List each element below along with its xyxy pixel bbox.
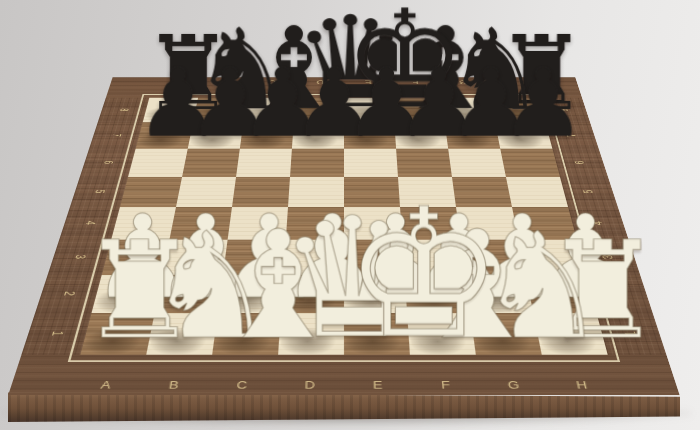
square-f8[interactable] xyxy=(393,98,445,123)
square-e7[interactable] xyxy=(344,122,396,148)
piece-shadow xyxy=(138,131,186,148)
rank-label-6: 6 xyxy=(101,161,115,165)
piece-white-king-e1[interactable]: ♚ xyxy=(344,185,410,363)
file-label-e: E xyxy=(364,79,371,85)
square-b7[interactable] xyxy=(188,122,244,148)
piece-shadow xyxy=(346,131,391,148)
piece-shadow xyxy=(296,106,339,122)
file-label-d: D xyxy=(316,79,324,85)
square-c8[interactable] xyxy=(243,98,295,123)
square-b6[interactable] xyxy=(182,149,240,177)
square-b8[interactable] xyxy=(193,98,247,123)
square-h6[interactable] xyxy=(500,149,560,177)
piece-shadow xyxy=(242,131,288,148)
piece-white-queen-d1[interactable]: ♛ xyxy=(278,196,344,362)
piece-shadow xyxy=(145,106,192,122)
piece-shadow xyxy=(245,106,289,122)
square-a6[interactable] xyxy=(128,149,188,177)
piece-shadow xyxy=(494,106,540,122)
piece-white-bishop-c1[interactable]: ♝ xyxy=(211,211,277,360)
piece-shadow xyxy=(444,106,489,122)
rank-label-8: 8 xyxy=(117,108,130,111)
file-label-h: H xyxy=(506,79,515,85)
piece-white-knight-b1[interactable]: ♞ xyxy=(145,213,211,360)
piece-shadow xyxy=(499,131,547,148)
rank-label-8: 8 xyxy=(557,108,570,111)
square-h8[interactable] xyxy=(490,98,545,123)
rank-label-6: 6 xyxy=(573,161,587,165)
rank-label-7: 7 xyxy=(109,134,123,137)
square-c7[interactable] xyxy=(240,122,294,148)
chess-board: 87654321 87654321 ABCDEFGH ABCDEFGH ♜♞♝♛… xyxy=(8,77,680,395)
rank-label-7: 7 xyxy=(565,134,579,137)
square-c6[interactable] xyxy=(236,149,292,177)
file-label-b: B xyxy=(221,79,229,85)
piece-shadow xyxy=(190,131,237,148)
piece-shadow xyxy=(294,131,339,148)
photo-backdrop: 87654321 87654321 ABCDEFGH ABCDEFGH ♜♞♝♛… xyxy=(0,0,700,430)
file-label-g: G xyxy=(458,79,467,85)
square-g8[interactable] xyxy=(441,98,495,123)
piece-shadow xyxy=(448,131,495,148)
square-h7[interactable] xyxy=(495,122,552,148)
square-e8[interactable] xyxy=(344,98,394,123)
piece-shadow xyxy=(395,106,439,122)
file-label-f: F xyxy=(412,79,419,85)
square-d8[interactable] xyxy=(294,98,344,123)
piece-shadow xyxy=(195,106,240,122)
square-f7[interactable] xyxy=(394,122,448,148)
square-d7[interactable] xyxy=(292,122,344,148)
file-label-a: A xyxy=(173,79,182,85)
file-label-c: C xyxy=(268,79,276,85)
piece-shadow xyxy=(346,106,389,122)
piece-white-rook-a1[interactable]: ♜ xyxy=(79,224,145,359)
piece-shadow xyxy=(397,131,443,148)
square-d6[interactable] xyxy=(290,149,344,177)
square-a8[interactable] xyxy=(143,98,198,123)
square-g7[interactable] xyxy=(445,122,501,148)
square-a7[interactable] xyxy=(136,122,193,148)
